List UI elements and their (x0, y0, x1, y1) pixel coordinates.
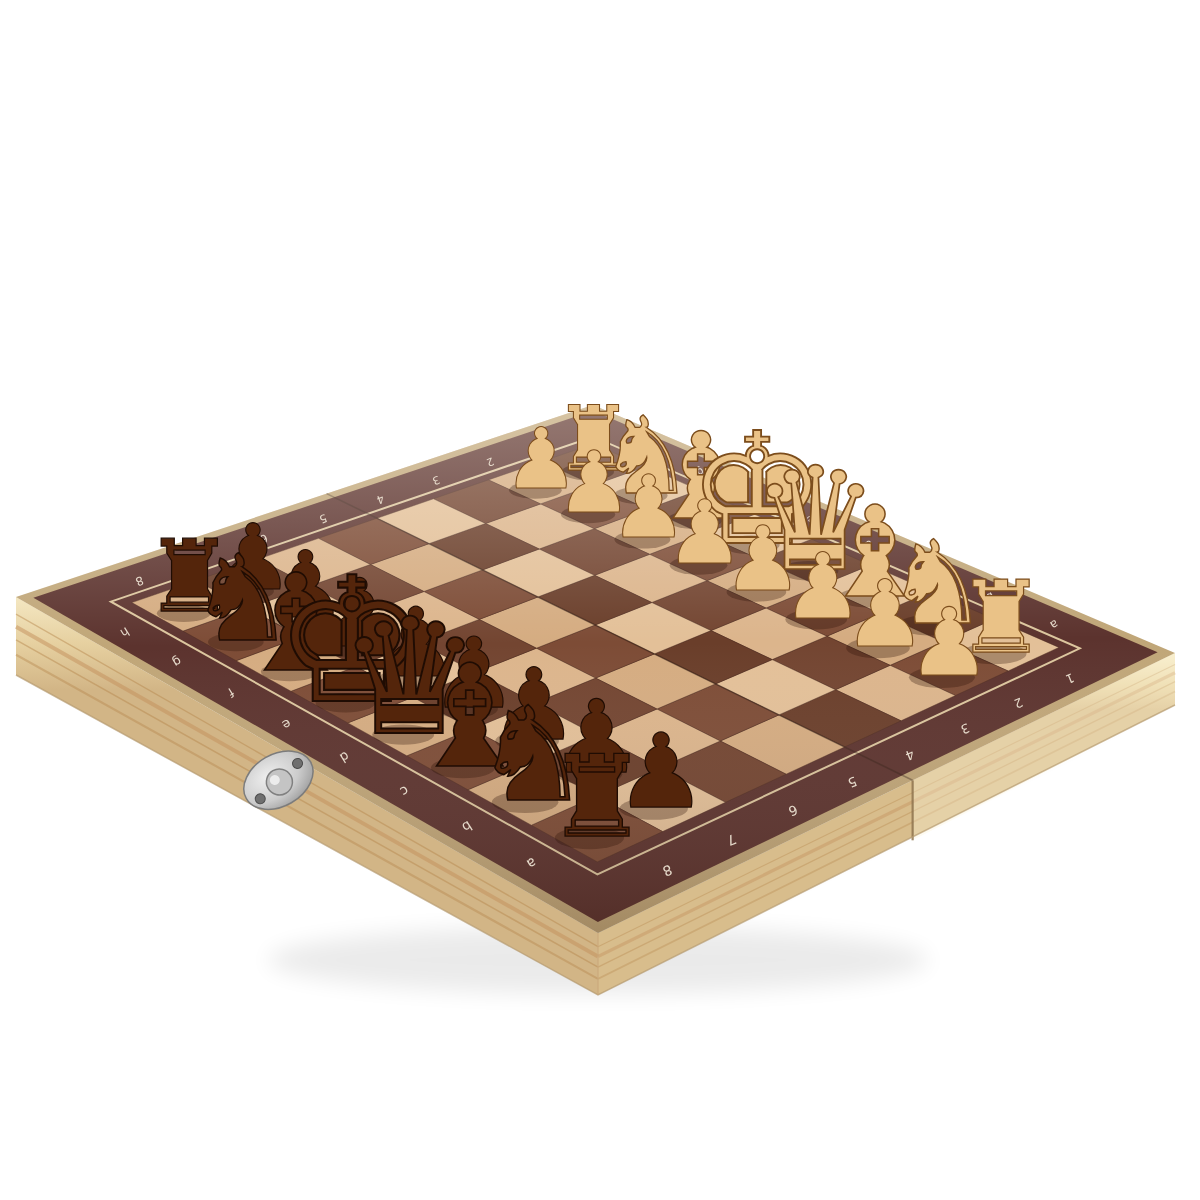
product-photo: aabbccddeeffgghh1122334455667788♜♟♞♟♝♟♚♟… (0, 0, 1200, 1200)
piece-light-pawn-a2: ♟ (907, 588, 991, 697)
chessboard-scene: aabbccddeeffgghh1122334455667788♜♟♞♟♝♟♚♟… (0, 0, 1200, 1200)
piece-dark-rook-a8: ♜ (546, 731, 647, 863)
